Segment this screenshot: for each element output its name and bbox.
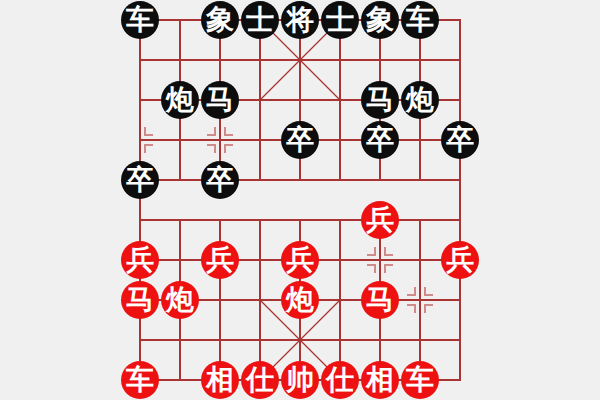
xiangqi-board: 车象士将士象车炮马马炮卒卒卒卒卒兵兵兵兵兵马炮炮马车相仕帅仕相车 <box>0 0 600 400</box>
piece-red-advisor[interactable]: 仕 <box>321 361 359 399</box>
piece-black-elephant[interactable]: 象 <box>361 1 399 39</box>
point-marker <box>224 144 233 153</box>
piece-black-elephant[interactable]: 象 <box>201 1 239 39</box>
piece-black-soldier[interactable]: 卒 <box>361 121 399 159</box>
board-line <box>339 19 341 181</box>
point-marker <box>207 144 216 153</box>
point-marker <box>407 287 416 296</box>
piece-black-advisor[interactable]: 士 <box>241 1 279 39</box>
point-marker <box>384 247 393 256</box>
board-line <box>259 219 261 381</box>
board-line <box>419 219 421 381</box>
piece-black-soldier[interactable]: 卒 <box>281 121 319 159</box>
piece-red-horse[interactable]: 马 <box>121 281 159 319</box>
piece-red-horse[interactable]: 马 <box>361 281 399 319</box>
piece-black-soldier[interactable]: 卒 <box>121 161 159 199</box>
piece-black-cannon[interactable]: 炮 <box>401 81 439 119</box>
piece-black-cannon[interactable]: 炮 <box>161 81 199 119</box>
piece-red-soldier[interactable]: 兵 <box>121 241 159 279</box>
piece-red-soldier[interactable]: 兵 <box>361 201 399 239</box>
point-marker <box>367 264 376 273</box>
piece-black-soldier[interactable]: 卒 <box>201 161 239 199</box>
point-marker <box>424 304 433 313</box>
piece-red-chariot[interactable]: 车 <box>121 361 159 399</box>
piece-red-soldier[interactable]: 兵 <box>281 241 319 279</box>
piece-red-soldier[interactable]: 兵 <box>441 241 479 279</box>
piece-black-advisor[interactable]: 士 <box>321 1 359 39</box>
piece-black-horse[interactable]: 马 <box>201 81 239 119</box>
piece-red-chariot[interactable]: 车 <box>401 361 439 399</box>
piece-red-general[interactable]: 帅 <box>281 361 319 399</box>
board-line <box>459 19 461 381</box>
point-marker <box>224 127 233 136</box>
piece-red-soldier[interactable]: 兵 <box>201 241 239 279</box>
point-marker <box>367 247 376 256</box>
piece-red-elephant[interactable]: 相 <box>361 361 399 399</box>
piece-red-cannon[interactable]: 炮 <box>281 281 319 319</box>
point-marker <box>407 304 416 313</box>
piece-red-cannon[interactable]: 炮 <box>161 281 199 319</box>
board-line <box>339 219 341 381</box>
piece-black-soldier[interactable]: 卒 <box>441 121 479 159</box>
point-marker <box>144 127 153 136</box>
point-marker <box>144 144 153 153</box>
point-marker <box>424 287 433 296</box>
piece-black-chariot[interactable]: 车 <box>401 1 439 39</box>
board-line <box>139 19 141 381</box>
point-marker <box>207 127 216 136</box>
piece-red-advisor[interactable]: 仕 <box>241 361 279 399</box>
piece-black-general[interactable]: 将 <box>281 1 319 39</box>
piece-black-horse[interactable]: 马 <box>361 81 399 119</box>
piece-red-elephant[interactable]: 相 <box>201 361 239 399</box>
board-line <box>259 19 261 181</box>
point-marker <box>384 264 393 273</box>
piece-black-chariot[interactable]: 车 <box>121 1 159 39</box>
